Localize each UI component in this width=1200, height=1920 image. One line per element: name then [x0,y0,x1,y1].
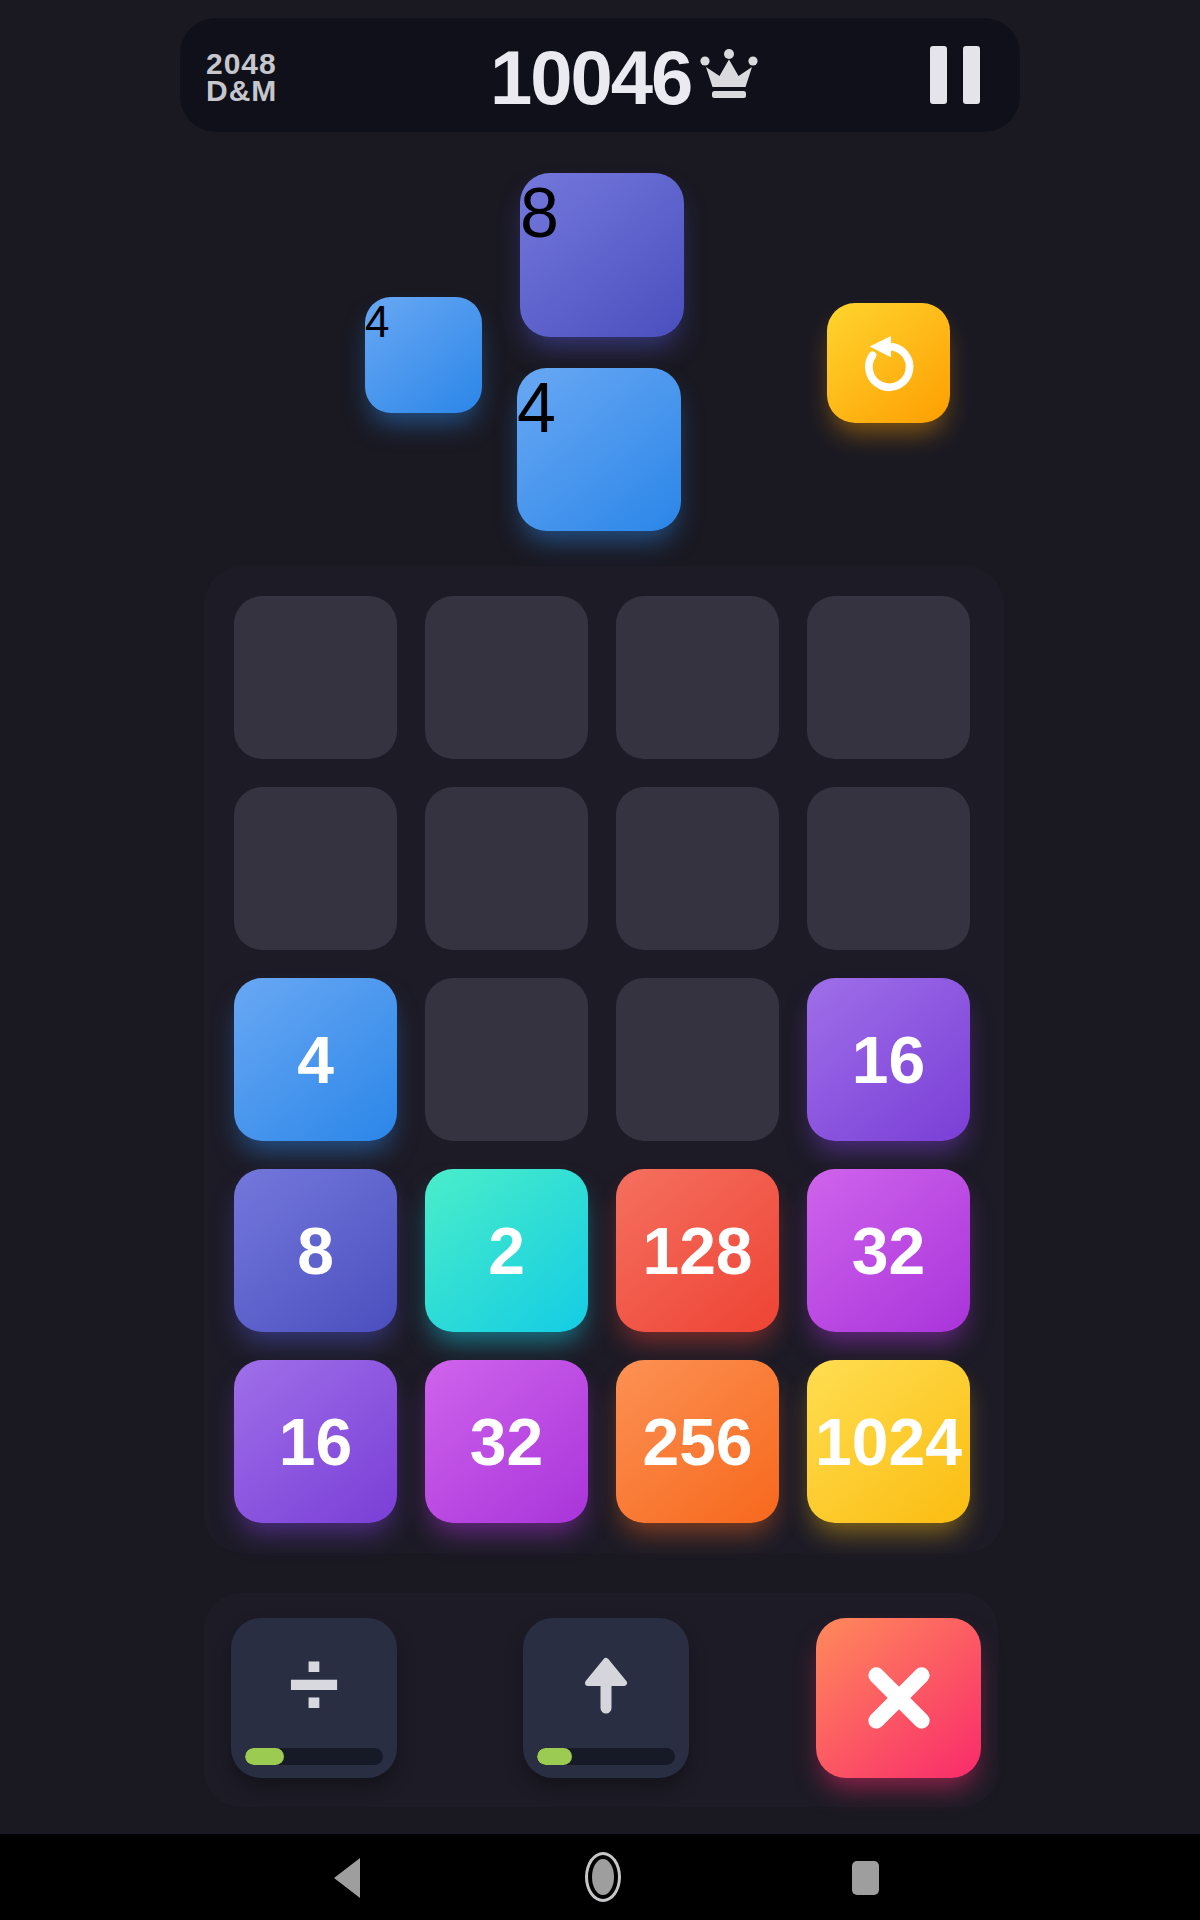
android-nav-bar [0,1834,1200,1920]
upgrade-powerup-button[interactable] [523,1618,689,1778]
powerup-toolbar: ÷ [204,1593,998,1807]
board-cell-empty [234,596,397,759]
board-tile-2[interactable]: 2 [425,1169,588,1332]
board-grid[interactable]: 416821283216322561024 [204,566,1004,1553]
staging-tile-4-small[interactable]: 4 [365,297,482,413]
score-display: 10046 [490,18,761,132]
header-bar: 2048 D&M 10046 [180,18,1020,132]
board-tile-256[interactable]: 256 [616,1360,779,1523]
undo-button[interactable] [827,303,950,423]
board-tile-8[interactable]: 8 [234,1169,397,1332]
staging-tile-4-large[interactable]: 4 [517,368,681,531]
pause-icon [963,46,980,104]
divide-progress-track [245,1748,383,1765]
upgrade-progress-fill [537,1748,572,1765]
divide-progress-fill [245,1748,284,1765]
app-screen: 2048 D&M 10046 8 4 4 [0,0,1200,1920]
board-cell-empty [616,978,779,1141]
board-tile-32[interactable]: 32 [807,1169,970,1332]
app-title-line2: D&M [206,77,277,104]
game-board: 416821283216322561024 [204,566,1004,1553]
delete-powerup-button[interactable] [816,1618,981,1778]
board-cell-empty [616,787,779,950]
board-tile-32[interactable]: 32 [425,1360,588,1523]
home-icon[interactable] [592,1859,614,1895]
board-tile-4[interactable]: 4 [234,978,397,1141]
pause-icon [930,46,947,104]
recents-icon[interactable] [852,1861,879,1895]
board-tile-1024[interactable]: 1024 [807,1360,970,1523]
board-cell-empty [234,787,397,950]
board-cell-empty [807,596,970,759]
divide-powerup-button[interactable]: ÷ [231,1618,397,1778]
board-tile-16[interactable]: 16 [234,1360,397,1523]
app-logo: 2048 D&M [206,50,277,104]
divide-icon: ÷ [289,1632,340,1737]
board-cell-empty [807,787,970,950]
undo-rotate-left-icon [858,332,920,394]
up-arrow-icon [581,1656,631,1716]
board-cell-empty [616,596,779,759]
board-tile-16[interactable]: 16 [807,978,970,1141]
board-tile-128[interactable]: 128 [616,1169,779,1332]
board-cell-empty [425,787,588,950]
board-cell-empty [425,978,588,1141]
back-icon[interactable] [334,1858,360,1898]
staging-tile-8[interactable]: 8 [520,173,684,337]
pause-button[interactable] [930,46,980,104]
app-title-line1: 2048 [206,50,277,77]
crown-icon [697,46,761,104]
score-value: 10046 [490,34,691,121]
board-cell-empty [425,596,588,759]
upgrade-progress-track [537,1748,675,1765]
